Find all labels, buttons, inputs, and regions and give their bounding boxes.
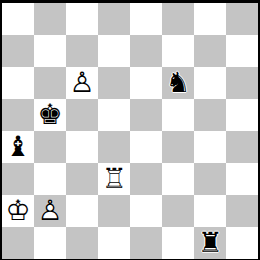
board-grid: ♟♙♞♚♝♜♖♚♔♟♙♜ [2,3,258,259]
square-c1[interactable] [66,227,98,259]
square-h5[interactable] [226,99,258,131]
square-h6[interactable] [226,67,258,99]
square-a6[interactable] [2,67,34,99]
white-pawn-glyph: ♙ [66,67,98,99]
square-b6[interactable] [34,67,66,99]
square-d6[interactable] [98,67,130,99]
square-b1[interactable] [34,227,66,259]
square-f7[interactable] [162,35,194,67]
square-f5[interactable] [162,99,194,131]
square-f4[interactable] [162,131,194,163]
square-b3[interactable] [34,163,66,195]
chess-board: ♟♙♞♚♝♜♖♚♔♟♙♜ [0,0,260,260]
square-e6[interactable] [130,67,162,99]
square-d7[interactable] [98,35,130,67]
white-king-glyph: ♔ [2,195,34,227]
square-f6[interactable]: ♞ [162,67,194,99]
square-g4[interactable] [194,131,226,163]
square-g3[interactable] [194,163,226,195]
square-f1[interactable] [162,227,194,259]
square-f8[interactable] [162,3,194,35]
black-bishop[interactable]: ♝ [2,131,34,163]
square-a1[interactable] [2,227,34,259]
black-rook[interactable]: ♜ [194,227,226,259]
square-e4[interactable] [130,131,162,163]
square-g7[interactable] [194,35,226,67]
square-h3[interactable] [226,163,258,195]
square-d4[interactable] [98,131,130,163]
square-d5[interactable] [98,99,130,131]
square-b4[interactable] [34,131,66,163]
square-g2[interactable] [194,195,226,227]
black-king[interactable]: ♚ [34,99,66,131]
black-knight[interactable]: ♞ [162,67,194,99]
square-g8[interactable] [194,3,226,35]
square-c6[interactable]: ♟♙ [66,67,98,99]
square-g5[interactable] [194,99,226,131]
square-c8[interactable] [66,3,98,35]
square-a2[interactable]: ♚♔ [2,195,34,227]
white-rook[interactable]: ♜♖ [98,163,130,195]
white-king[interactable]: ♚♔ [2,195,34,227]
square-b2[interactable]: ♟♙ [34,195,66,227]
square-d8[interactable] [98,3,130,35]
square-g6[interactable] [194,67,226,99]
square-h2[interactable] [226,195,258,227]
square-c2[interactable] [66,195,98,227]
square-e7[interactable] [130,35,162,67]
square-a5[interactable] [2,99,34,131]
square-e2[interactable] [130,195,162,227]
white-pawn-glyph: ♙ [34,195,66,227]
white-rook-glyph: ♖ [98,163,130,195]
square-a8[interactable] [2,3,34,35]
square-d3[interactable]: ♜♖ [98,163,130,195]
square-c7[interactable] [66,35,98,67]
white-pawn[interactable]: ♟♙ [34,195,66,227]
square-c4[interactable] [66,131,98,163]
square-a7[interactable] [2,35,34,67]
square-h7[interactable] [226,35,258,67]
square-e8[interactable] [130,3,162,35]
square-h8[interactable] [226,3,258,35]
square-a3[interactable] [2,163,34,195]
square-b7[interactable] [34,35,66,67]
square-e5[interactable] [130,99,162,131]
square-h4[interactable] [226,131,258,163]
square-e3[interactable] [130,163,162,195]
square-f3[interactable] [162,163,194,195]
square-g1[interactable]: ♜ [194,227,226,259]
square-e1[interactable] [130,227,162,259]
square-h1[interactable] [226,227,258,259]
square-f2[interactable] [162,195,194,227]
square-d1[interactable] [98,227,130,259]
white-pawn[interactable]: ♟♙ [66,67,98,99]
square-c5[interactable] [66,99,98,131]
square-a4[interactable]: ♝ [2,131,34,163]
square-c3[interactable] [66,163,98,195]
square-b8[interactable] [34,3,66,35]
square-b5[interactable]: ♚ [34,99,66,131]
square-d2[interactable] [98,195,130,227]
